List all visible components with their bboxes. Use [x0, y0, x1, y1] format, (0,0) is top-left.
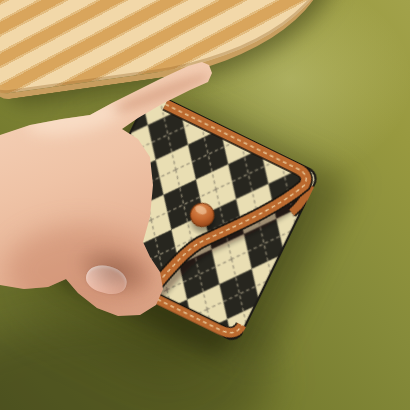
page-background	[0, 0, 410, 410]
